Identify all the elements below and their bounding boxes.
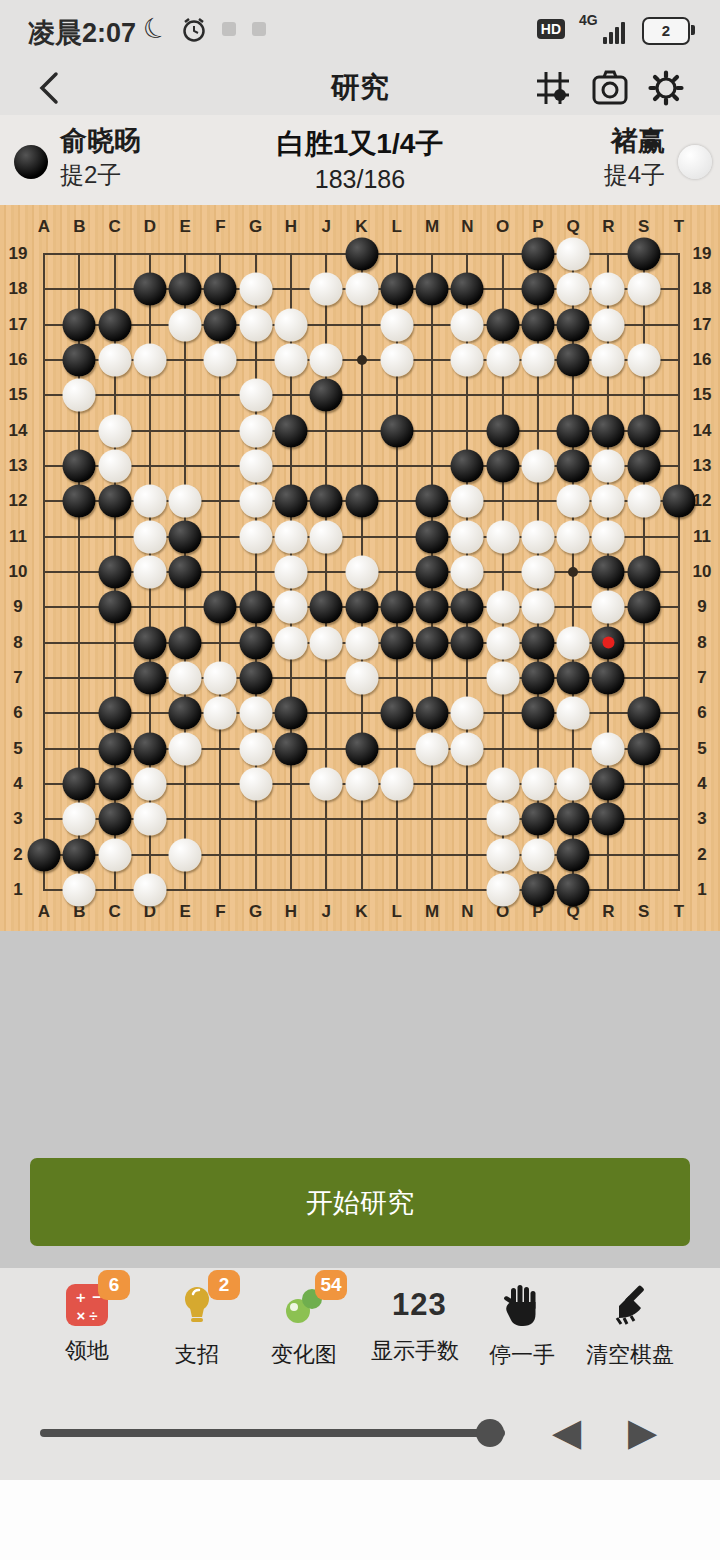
go-board[interactable]: AABBCCDDEEFFGGHHJJKKLLMMNNOOPPQQRRSSTT19… — [0, 205, 720, 931]
white-captures: 提4子 — [604, 159, 665, 191]
stone-H11[interactable] — [274, 520, 307, 553]
stone-E6[interactable] — [169, 697, 202, 730]
stone-P1[interactable] — [521, 874, 554, 907]
stone-M5[interactable] — [416, 732, 449, 765]
stone-E8[interactable] — [169, 626, 202, 659]
toolbar-item-label: 变化图 — [249, 1340, 359, 1370]
stone-T12[interactable] — [663, 485, 696, 518]
stone-R12[interactable] — [592, 485, 625, 518]
stone-N18[interactable] — [451, 273, 484, 306]
stone-E17[interactable] — [169, 308, 202, 341]
stone-C5[interactable] — [98, 732, 131, 765]
stone-M10[interactable] — [416, 556, 449, 589]
stone-G6[interactable] — [239, 697, 272, 730]
stone-N13[interactable] — [451, 450, 484, 483]
badge-count: 6 — [98, 1270, 130, 1300]
row-label: 3 — [13, 809, 22, 829]
stone-C6[interactable] — [98, 697, 131, 730]
stone-K4[interactable] — [345, 768, 378, 801]
stone-O13[interactable] — [486, 450, 519, 483]
stone-Q3[interactable] — [557, 803, 590, 836]
toolbar-item-move-numbers[interactable]: 123 显示手数 — [360, 1282, 470, 1366]
stone-Q8[interactable] — [557, 626, 590, 659]
stone-Q11[interactable] — [557, 520, 590, 553]
player-info-bar: 俞晓旸 提2子 白胜1又1/4子 183/186 褚赢 提4子 — [0, 115, 720, 206]
stone-L8[interactable] — [380, 626, 413, 659]
stone-R3[interactable] — [592, 803, 625, 836]
stone-S14[interactable] — [627, 414, 660, 447]
column-label: M — [425, 217, 439, 237]
stone-A2[interactable] — [28, 838, 61, 871]
stone-Q7[interactable] — [557, 662, 590, 695]
stone-C10[interactable] — [98, 556, 131, 589]
stone-M9[interactable] — [416, 591, 449, 624]
stone-B4[interactable] — [63, 768, 96, 801]
stone-P19[interactable] — [521, 238, 554, 271]
column-label: H — [285, 217, 297, 237]
stone-Q14[interactable] — [557, 414, 590, 447]
stone-F17[interactable] — [204, 308, 237, 341]
row-label: 6 — [13, 703, 22, 723]
row-label: 2 — [697, 845, 706, 865]
column-label: Q — [567, 217, 580, 237]
stone-J4[interactable] — [310, 768, 343, 801]
stone-R13[interactable] — [592, 450, 625, 483]
stone-N6[interactable] — [451, 697, 484, 730]
stone-G7[interactable] — [239, 662, 272, 695]
stone-K10[interactable] — [345, 556, 378, 589]
stone-J16[interactable] — [310, 344, 343, 377]
stone-P17[interactable] — [521, 308, 554, 341]
stone-D12[interactable] — [133, 485, 166, 518]
notification-icon — [222, 22, 236, 36]
stone-C16[interactable] — [98, 344, 131, 377]
stone-K8[interactable] — [345, 626, 378, 659]
toolbar-item-hint[interactable]: 2 支招 — [142, 1282, 252, 1370]
stone-R14[interactable] — [592, 414, 625, 447]
stone-N16[interactable] — [451, 344, 484, 377]
stone-B17[interactable] — [63, 308, 96, 341]
stone-G18[interactable] — [239, 273, 272, 306]
prev-move-button[interactable]: ◀ — [552, 1410, 581, 1454]
column-label: N — [461, 217, 473, 237]
stone-S13[interactable] — [627, 450, 660, 483]
stone-B2[interactable] — [63, 838, 96, 871]
badge-count: 2 — [208, 1270, 240, 1300]
stone-C2[interactable] — [98, 838, 131, 871]
row-label: 12 — [9, 491, 28, 511]
stone-K9[interactable] — [345, 591, 378, 624]
stone-G11[interactable] — [239, 520, 272, 553]
stone-R7[interactable] — [592, 662, 625, 695]
column-label: G — [249, 902, 262, 922]
stone-Q6[interactable] — [557, 697, 590, 730]
column-label: K — [355, 217, 367, 237]
column-label: T — [674, 902, 684, 922]
stone-G13[interactable] — [239, 450, 272, 483]
column-label: C — [108, 217, 120, 237]
stone-K7[interactable] — [345, 662, 378, 695]
stone-G17[interactable] — [239, 308, 272, 341]
column-label: F — [215, 217, 225, 237]
stone-E2[interactable] — [169, 838, 202, 871]
stone-E11[interactable] — [169, 520, 202, 553]
row-label: 18 — [693, 279, 712, 299]
stone-N17[interactable] — [451, 308, 484, 341]
stone-E18[interactable] — [169, 273, 202, 306]
stone-P18[interactable] — [521, 273, 554, 306]
stone-P11[interactable] — [521, 520, 554, 553]
stone-R17[interactable] — [592, 308, 625, 341]
toolbar-item-label: 显示手数 — [360, 1336, 470, 1366]
toolbar-item-label: 停一手 — [467, 1340, 577, 1370]
stone-F18[interactable] — [204, 273, 237, 306]
toolbar-item-label: 清空棋盘 — [575, 1340, 685, 1370]
next-move-button[interactable]: ▶ — [628, 1410, 657, 1454]
column-label: E — [179, 902, 190, 922]
row-label: 17 — [9, 315, 28, 335]
stone-F16[interactable] — [204, 344, 237, 377]
star-point — [357, 355, 367, 365]
row-label: 19 — [9, 244, 28, 264]
row-label: 16 — [9, 350, 28, 370]
stone-Q13[interactable] — [557, 450, 590, 483]
stone-H9[interactable] — [274, 591, 307, 624]
stone-R18[interactable] — [592, 273, 625, 306]
stone-J9[interactable] — [310, 591, 343, 624]
stone-C14[interactable] — [98, 414, 131, 447]
white-player-name: 褚赢 — [604, 123, 665, 159]
stone-R8[interactable] — [592, 626, 625, 659]
column-label: J — [321, 217, 330, 237]
column-label: C — [108, 902, 120, 922]
row-label: 15 — [693, 385, 712, 405]
numbers-icon: 123 — [392, 1282, 438, 1328]
stone-Q17[interactable] — [557, 308, 590, 341]
stone-Q18[interactable] — [557, 273, 590, 306]
hd-badge: HD — [537, 19, 565, 39]
branch-icon: 54 — [281, 1282, 327, 1328]
toolbar-item-territory[interactable]: ＋ −× ÷6 领地 — [32, 1282, 142, 1366]
column-label: G — [249, 217, 262, 237]
status-time: 凌晨2:07 — [28, 15, 136, 51]
stone-E12[interactable] — [169, 485, 202, 518]
stone-P4[interactable] — [521, 768, 554, 801]
toolbar-item-variations[interactable]: 54 变化图 — [249, 1282, 359, 1370]
settings-gear-button[interactable] — [646, 68, 686, 108]
column-label: M — [425, 902, 439, 922]
stone-S12[interactable] — [627, 485, 660, 518]
status-bar: 凌晨2:07 ☾ HD 4G 2 — [0, 0, 720, 60]
stone-N11[interactable] — [451, 520, 484, 553]
stone-H12[interactable] — [274, 485, 307, 518]
stone-N9[interactable] — [451, 591, 484, 624]
row-label: 18 — [9, 279, 28, 299]
grid-line — [678, 253, 680, 891]
stone-S19[interactable] — [627, 238, 660, 271]
row-label: 7 — [13, 668, 22, 688]
move-slider-thumb[interactable] — [476, 1419, 504, 1447]
column-label: K — [355, 902, 367, 922]
badge-count: 54 — [315, 1270, 347, 1300]
stone-C4[interactable] — [98, 768, 131, 801]
row-label: 7 — [697, 668, 706, 688]
stone-R5[interactable] — [592, 732, 625, 765]
stone-S18[interactable] — [627, 273, 660, 306]
stone-S5[interactable] — [627, 732, 660, 765]
stone-O9[interactable] — [486, 591, 519, 624]
column-label: L — [392, 217, 402, 237]
stone-G4[interactable] — [239, 768, 272, 801]
stone-J15[interactable] — [310, 379, 343, 412]
row-label: 1 — [13, 880, 22, 900]
stone-O17[interactable] — [486, 308, 519, 341]
stone-G8[interactable] — [239, 626, 272, 659]
stone-H17[interactable] — [274, 308, 307, 341]
stone-L14[interactable] — [380, 414, 413, 447]
column-label: A — [38, 902, 50, 922]
row-label: 1 — [697, 880, 706, 900]
stone-S9[interactable] — [627, 591, 660, 624]
stone-O3[interactable] — [486, 803, 519, 836]
row-label: 10 — [693, 562, 712, 582]
stone-P3[interactable] — [521, 803, 554, 836]
row-label: 8 — [697, 633, 706, 653]
stone-F9[interactable] — [204, 591, 237, 624]
stone-H5[interactable] — [274, 732, 307, 765]
stone-Q16[interactable] — [557, 344, 590, 377]
row-label: 9 — [13, 597, 22, 617]
row-label: 3 — [697, 809, 706, 829]
column-label: F — [215, 902, 225, 922]
stone-G15[interactable] — [239, 379, 272, 412]
stone-C3[interactable] — [98, 803, 131, 836]
stone-C9[interactable] — [98, 591, 131, 624]
stone-Q12[interactable] — [557, 485, 590, 518]
column-label: D — [144, 217, 156, 237]
notification-icon — [252, 22, 266, 36]
stone-K5[interactable] — [345, 732, 378, 765]
toolbar-item-label: 领地 — [32, 1336, 142, 1366]
stone-H8[interactable] — [274, 626, 307, 659]
stone-N8[interactable] — [451, 626, 484, 659]
row-label: 5 — [697, 739, 706, 759]
stone-R4[interactable] — [592, 768, 625, 801]
column-label: N — [461, 902, 473, 922]
stone-G5[interactable] — [239, 732, 272, 765]
row-label: 14 — [693, 421, 712, 441]
row-label: 13 — [693, 456, 712, 476]
stone-N10[interactable] — [451, 556, 484, 589]
stone-O14[interactable] — [486, 414, 519, 447]
stone-D4[interactable] — [133, 768, 166, 801]
row-label: 5 — [13, 739, 22, 759]
row-label: 4 — [697, 774, 706, 794]
row-label: 11 — [693, 527, 711, 547]
stone-L17[interactable] — [380, 308, 413, 341]
row-label: 6 — [697, 703, 706, 723]
row-label: 2 — [13, 845, 22, 865]
stone-P13[interactable] — [521, 450, 554, 483]
battery-icon: 2 — [642, 17, 690, 45]
stone-J18[interactable] — [310, 273, 343, 306]
board-grid-button[interactable] — [533, 68, 573, 108]
stone-P6[interactable] — [521, 697, 554, 730]
last-move-marker — [602, 637, 614, 649]
column-label: H — [285, 902, 297, 922]
stone-Q1[interactable] — [557, 874, 590, 907]
stone-D5[interactable] — [133, 732, 166, 765]
stone-J12[interactable] — [310, 485, 343, 518]
stone-H14[interactable] — [274, 414, 307, 447]
stone-R10[interactable] — [592, 556, 625, 589]
signal-indicator: 4G — [579, 12, 625, 46]
stone-F6[interactable] — [204, 697, 237, 730]
stone-D8[interactable] — [133, 626, 166, 659]
stone-P2[interactable] — [521, 838, 554, 871]
stone-O1[interactable] — [486, 874, 519, 907]
column-label: B — [73, 217, 85, 237]
row-label: 19 — [693, 244, 712, 264]
stone-L9[interactable] — [380, 591, 413, 624]
stone-B1[interactable] — [63, 874, 96, 907]
column-label: S — [638, 902, 649, 922]
stone-R9[interactable] — [592, 591, 625, 624]
stone-B16[interactable] — [63, 344, 96, 377]
stone-D3[interactable] — [133, 803, 166, 836]
star-point — [568, 567, 578, 577]
stone-G12[interactable] — [239, 485, 272, 518]
stone-D7[interactable] — [133, 662, 166, 695]
stone-L18[interactable] — [380, 273, 413, 306]
stone-O8[interactable] — [486, 626, 519, 659]
stone-B12[interactable] — [63, 485, 96, 518]
stone-E10[interactable] — [169, 556, 202, 589]
stone-E5[interactable] — [169, 732, 202, 765]
stone-B13[interactable] — [63, 450, 96, 483]
toolbar-item-pass[interactable]: 停一手 — [467, 1282, 577, 1370]
stone-J11[interactable] — [310, 520, 343, 553]
stone-P9[interactable] — [521, 591, 554, 624]
column-label: R — [602, 902, 614, 922]
stone-O4[interactable] — [486, 768, 519, 801]
stone-M12[interactable] — [416, 485, 449, 518]
stone-Q19[interactable] — [557, 238, 590, 271]
stone-K18[interactable] — [345, 273, 378, 306]
stone-H6[interactable] — [274, 697, 307, 730]
network-type-label: 4G — [579, 12, 598, 28]
broom-icon — [607, 1282, 653, 1328]
stone-D16[interactable] — [133, 344, 166, 377]
stone-S10[interactable] — [627, 556, 660, 589]
column-label: P — [532, 217, 543, 237]
stone-O7[interactable] — [486, 662, 519, 695]
row-label: 11 — [9, 527, 27, 547]
stone-B15[interactable] — [63, 379, 96, 412]
column-label: O — [496, 217, 509, 237]
stone-R16[interactable] — [592, 344, 625, 377]
stone-N12[interactable] — [451, 485, 484, 518]
stone-M8[interactable] — [416, 626, 449, 659]
stone-K19[interactable] — [345, 238, 378, 271]
stone-M11[interactable] — [416, 520, 449, 553]
column-label: R — [602, 217, 614, 237]
stone-P10[interactable] — [521, 556, 554, 589]
header: 研究 — [0, 60, 720, 115]
stone-C13[interactable] — [98, 450, 131, 483]
row-label: 8 — [13, 633, 22, 653]
stone-M6[interactable] — [416, 697, 449, 730]
moon-icon: ☾ — [137, 8, 174, 49]
stone-S6[interactable] — [627, 697, 660, 730]
stone-R11[interactable] — [592, 520, 625, 553]
stone-D1[interactable] — [133, 874, 166, 907]
stone-M18[interactable] — [416, 273, 449, 306]
stone-C12[interactable] — [98, 485, 131, 518]
row-label: 15 — [9, 385, 28, 405]
camera-button[interactable] — [590, 68, 630, 108]
column-label: S — [638, 217, 649, 237]
column-label: L — [392, 902, 402, 922]
row-label: 17 — [693, 315, 712, 335]
stone-S16[interactable] — [627, 344, 660, 377]
stone-L4[interactable] — [380, 768, 413, 801]
stone-O2[interactable] — [486, 838, 519, 871]
stone-G14[interactable] — [239, 414, 272, 447]
toolbar-item-clear-board[interactable]: 清空棋盘 — [575, 1282, 685, 1370]
stone-D18[interactable] — [133, 273, 166, 306]
stone-K12[interactable] — [345, 485, 378, 518]
stone-O11[interactable] — [486, 520, 519, 553]
row-label: 16 — [693, 350, 712, 370]
stone-Q2[interactable] — [557, 838, 590, 871]
stone-O16[interactable] — [486, 344, 519, 377]
stone-H10[interactable] — [274, 556, 307, 589]
stone-Q4[interactable] — [557, 768, 590, 801]
stone-C17[interactable] — [98, 308, 131, 341]
signal-bars-icon — [603, 22, 625, 44]
row-label: 4 — [13, 774, 22, 794]
stone-D11[interactable] — [133, 520, 166, 553]
column-label: E — [179, 217, 190, 237]
white-stone-avatar — [678, 145, 712, 179]
stone-N5[interactable] — [451, 732, 484, 765]
stone-H16[interactable] — [274, 344, 307, 377]
column-label: T — [674, 217, 684, 237]
stone-P16[interactable] — [521, 344, 554, 377]
stone-D10[interactable] — [133, 556, 166, 589]
row-label: 10 — [9, 562, 28, 582]
row-label: 14 — [9, 421, 28, 441]
stone-F7[interactable] — [204, 662, 237, 695]
stone-P7[interactable] — [521, 662, 554, 695]
stone-J8[interactable] — [310, 626, 343, 659]
bulb-icon: 2 — [174, 1282, 220, 1328]
stone-L6[interactable] — [380, 697, 413, 730]
move-slider-track[interactable] — [40, 1429, 505, 1437]
start-study-button[interactable]: 开始研究 — [30, 1158, 690, 1246]
stone-L16[interactable] — [380, 344, 413, 377]
row-label: 13 — [9, 456, 28, 476]
stone-E7[interactable] — [169, 662, 202, 695]
calculator-icon: ＋ −× ÷6 — [64, 1282, 110, 1328]
stone-B3[interactable] — [63, 803, 96, 836]
stone-P8[interactable] — [521, 626, 554, 659]
stone-G9[interactable] — [239, 591, 272, 624]
row-label: 9 — [697, 597, 706, 617]
column-label: J — [321, 902, 330, 922]
tool-panel: ＋ −× ÷6 领地2 支招54 变化图123 显示手数 停一手 清空棋盘 — [0, 1268, 720, 1480]
